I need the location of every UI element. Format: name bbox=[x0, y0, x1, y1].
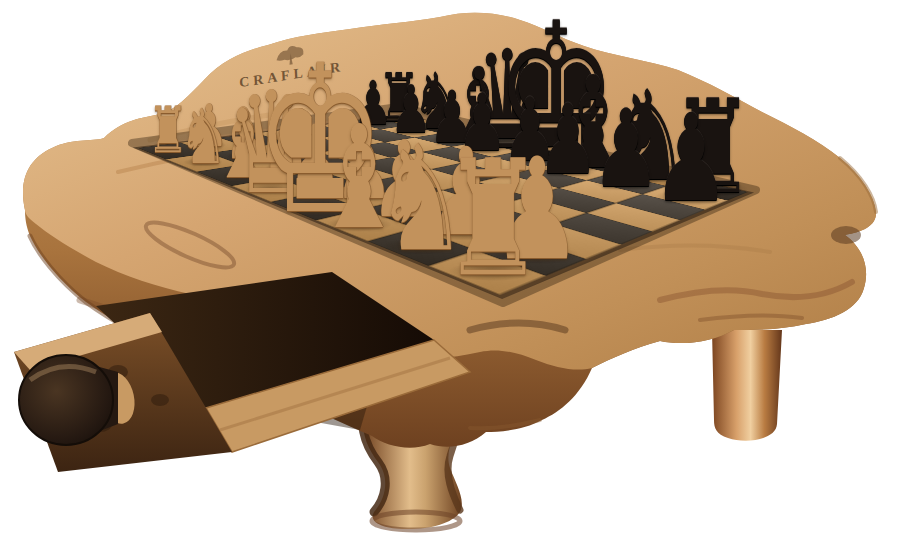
product-photo-canvas: ♜♞♝♛♚♝♞♜♟♟♟♟♟♟♟♟♟♟♟♟♟♟♟♟♜♞♝♛♚♝♞♜ CRAFLAI… bbox=[0, 0, 900, 534]
table-leg-right bbox=[712, 330, 782, 441]
